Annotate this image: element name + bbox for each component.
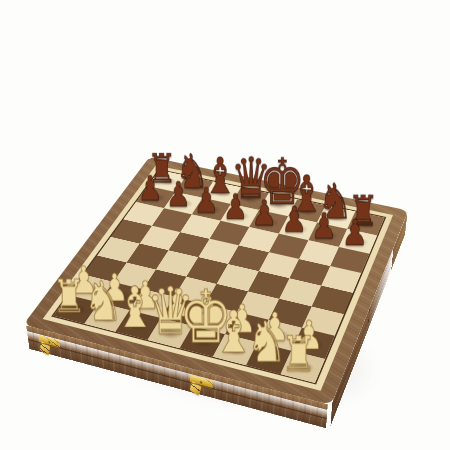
piece-black-pawn-d7[interactable]: ♟	[220, 190, 251, 223]
piece-black-pawn-h7[interactable]: ♟	[338, 215, 370, 249]
piece-white-king-e1[interactable]: ♚	[179, 282, 215, 352]
clasp-pinhole	[48, 340, 50, 343]
piece-white-queen-d1[interactable]: ♛	[146, 281, 182, 343]
piece-white-bishop-c1[interactable]: ♝	[114, 281, 149, 335]
perspective-stage: ♜♞♝♛♚♝♞♜♟♟♟♟♟♟♟♟♟♟♟♟♟♟♟♟♜♞♝♛♚♝♞♜	[26, 62, 434, 450]
clasp-hanging-hook	[40, 341, 51, 355]
piece-black-pawn-e7[interactable]: ♟	[249, 196, 280, 229]
front-center-clasp	[189, 375, 212, 390]
front-left-clasp	[38, 335, 60, 349]
folding-chess-box: ♜♞♝♛♚♝♞♜♟♟♟♟♟♟♟♟♟♟♟♟♟♟♟♟♜♞♝♛♚♝♞♜	[23, 157, 408, 405]
piece-black-pawn-f7[interactable]: ♟	[278, 202, 309, 236]
piece-black-pawn-g7[interactable]: ♟	[308, 209, 340, 243]
product-photo-scene: ♜♞♝♛♚♝♞♜♟♟♟♟♟♟♟♟♟♟♟♟♟♟♟♟♜♞♝♛♚♝♞♜	[0, 0, 450, 450]
square-h5[interactable]	[321, 266, 361, 293]
clasp-pinhole	[200, 380, 202, 383]
piece-black-pawn-b7[interactable]: ♟	[163, 178, 194, 211]
piece-white-rook-a1[interactable]: ♜	[51, 275, 86, 319]
box-top-face: ♜♞♝♛♚♝♞♜♟♟♟♟♟♟♟♟♟♟♟♟♟♟♟♟♜♞♝♛♚♝♞♜	[23, 157, 408, 405]
piece-black-pawn-a7[interactable]: ♟	[135, 172, 165, 204]
clasp-hanging-hook	[189, 381, 201, 396]
piece-black-pawn-c7[interactable]: ♟	[191, 184, 222, 217]
piece-white-knight-g1[interactable]: ♞	[246, 315, 282, 368]
piece-white-rook-h1[interactable]: ♜	[280, 331, 317, 377]
piece-white-bishop-f1[interactable]: ♝	[212, 305, 248, 360]
square-h6[interactable]	[330, 247, 369, 273]
piece-white-knight-b1[interactable]: ♞	[82, 275, 117, 326]
